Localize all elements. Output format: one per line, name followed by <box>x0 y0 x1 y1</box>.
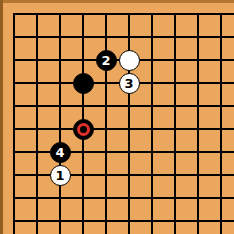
move-number-label: 3 <box>124 77 133 90</box>
grid-line-horizontal <box>13 197 234 199</box>
go-board-diagram: 2341 <box>0 0 234 234</box>
stone-black-marked[interactable] <box>73 119 94 140</box>
grid-line-horizontal <box>13 174 234 176</box>
move-number-label: 1 <box>55 169 64 182</box>
grid-line-vertical <box>36 13 38 234</box>
grid-line-horizontal <box>13 128 234 130</box>
grid-line-vertical <box>128 13 130 234</box>
stone-white[interactable] <box>119 50 140 71</box>
stone-black-move-4[interactable]: 4 <box>50 142 71 163</box>
stone-black-move-2[interactable]: 2 <box>96 50 117 71</box>
grid-line-vertical <box>59 13 61 234</box>
grid-line-horizontal <box>13 220 234 222</box>
grid-line-vertical <box>105 13 107 234</box>
grid-line-vertical <box>13 13 15 234</box>
move-number-label: 2 <box>101 54 110 67</box>
board-frame-top <box>0 0 234 3</box>
stone-white-move-3[interactable]: 3 <box>119 73 140 94</box>
grid-line-horizontal <box>13 13 234 15</box>
grid-line-vertical <box>197 13 199 234</box>
circle-marker-icon <box>77 123 90 136</box>
grid-line-horizontal <box>13 151 234 153</box>
grid-line-vertical <box>220 13 222 234</box>
grid-line-vertical <box>151 13 153 234</box>
move-number-label: 4 <box>55 146 64 159</box>
grid-line-horizontal <box>13 36 234 38</box>
stone-white-move-1[interactable]: 1 <box>50 165 71 186</box>
stone-black[interactable] <box>73 73 94 94</box>
grid-line-vertical <box>174 13 176 234</box>
grid-line-horizontal <box>13 105 234 107</box>
board-frame-left <box>0 0 3 234</box>
